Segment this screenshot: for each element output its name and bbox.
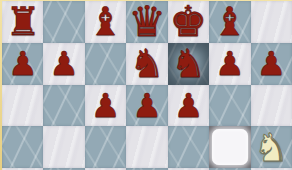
red-rook-a8[interactable]: ♜ bbox=[2, 1, 43, 43]
square-c4[interactable] bbox=[85, 168, 126, 170]
red-pawn-e6[interactable]: ♟ bbox=[168, 85, 209, 127]
square-f7[interactable]: ♟ bbox=[209, 43, 250, 85]
square-f6[interactable] bbox=[209, 85, 250, 127]
square-g7[interactable]: ♟ bbox=[251, 43, 292, 85]
red-pawn-a7[interactable]: ♟ bbox=[2, 43, 43, 85]
red-queen-d8[interactable]: ♛ bbox=[126, 1, 167, 43]
square-e6[interactable]: ♟ bbox=[168, 85, 209, 127]
square-b5[interactable] bbox=[43, 126, 84, 168]
red-pawn-b7[interactable]: ♟ bbox=[43, 43, 84, 85]
square-f4[interactable] bbox=[209, 168, 250, 170]
square-g5[interactable]: ♞ bbox=[251, 126, 292, 168]
square-d4[interactable] bbox=[126, 168, 167, 170]
square-c6[interactable]: ♟ bbox=[85, 85, 126, 127]
red-pawn-g7[interactable]: ♟ bbox=[251, 43, 292, 85]
square-d7[interactable]: ♞ bbox=[126, 43, 167, 85]
red-pawn-f7[interactable]: ♟ bbox=[209, 43, 250, 85]
move-highlight-glow bbox=[212, 129, 247, 165]
square-b7[interactable]: ♟ bbox=[43, 43, 84, 85]
square-a8[interactable]: ♜ bbox=[2, 1, 43, 43]
square-e4[interactable] bbox=[168, 168, 209, 170]
square-e8[interactable]: ♚ bbox=[168, 1, 209, 43]
square-c8[interactable]: ♝ bbox=[85, 1, 126, 43]
red-knight-e7[interactable]: ♞ bbox=[168, 43, 209, 85]
red-bishop-f8[interactable]: ♝ bbox=[209, 1, 250, 43]
square-b6[interactable] bbox=[43, 85, 84, 127]
square-d5[interactable] bbox=[126, 126, 167, 168]
square-b8[interactable] bbox=[43, 1, 84, 43]
square-a7[interactable]: ♟ bbox=[2, 43, 43, 85]
square-g8[interactable] bbox=[251, 1, 292, 43]
white-knight-g5[interactable]: ♞ bbox=[251, 126, 292, 168]
red-pawn-c6[interactable]: ♟ bbox=[85, 85, 126, 127]
square-b4[interactable] bbox=[43, 168, 84, 170]
square-d6[interactable]: ♟ bbox=[126, 85, 167, 127]
red-knight-d7[interactable]: ♞ bbox=[126, 43, 167, 85]
red-bishop-c8[interactable]: ♝ bbox=[85, 1, 126, 43]
square-a4[interactable] bbox=[2, 168, 43, 170]
red-king-e8[interactable]: ♚ bbox=[168, 1, 209, 43]
square-c7[interactable] bbox=[85, 43, 126, 85]
square-a6[interactable] bbox=[2, 85, 43, 127]
chess-board: ♜♝♛♚♝♟♟♞♞♟♟♟♟♟♞ bbox=[2, 1, 292, 170]
square-f5[interactable] bbox=[209, 126, 250, 168]
square-d8[interactable]: ♛ bbox=[126, 1, 167, 43]
square-e7[interactable]: ♞ bbox=[168, 43, 209, 85]
square-e5[interactable] bbox=[168, 126, 209, 168]
square-g4[interactable] bbox=[251, 168, 292, 170]
square-g6[interactable] bbox=[251, 85, 292, 127]
square-a5[interactable] bbox=[2, 126, 43, 168]
red-pawn-d6[interactable]: ♟ bbox=[126, 85, 167, 127]
square-c5[interactable] bbox=[85, 126, 126, 168]
square-f8[interactable]: ♝ bbox=[209, 1, 250, 43]
